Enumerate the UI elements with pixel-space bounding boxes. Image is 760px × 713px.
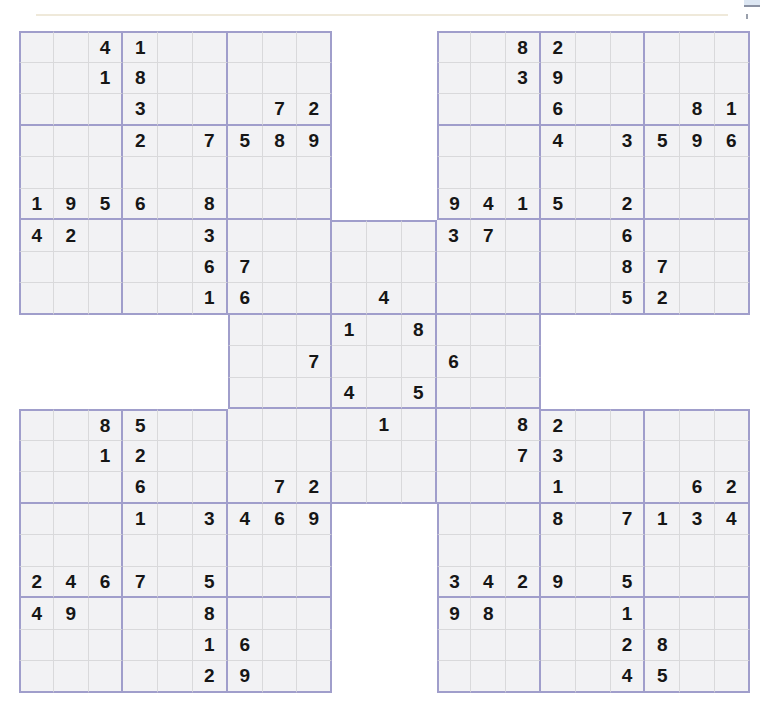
cell-r9c5[interactable] — [158, 283, 193, 315]
cell-r17c8[interactable] — [263, 535, 298, 567]
cell-r16c7-given-4[interactable]: 4 — [228, 504, 263, 536]
cell-r10c11[interactable] — [367, 315, 402, 347]
cell-r20c13[interactable] — [437, 630, 472, 662]
cell-r4c5[interactable] — [158, 126, 193, 158]
cell-r8c6-given-6[interactable]: 6 — [193, 252, 228, 284]
cell-r8c3[interactable] — [89, 252, 124, 284]
cell-r4c15[interactable] — [506, 126, 541, 158]
cell-r13c9[interactable] — [297, 409, 332, 441]
cell-r7c8[interactable] — [263, 220, 298, 252]
cell-r21c17[interactable] — [576, 661, 611, 693]
cell-r7c13-given-3[interactable]: 3 — [437, 220, 472, 252]
cell-r8c15[interactable] — [506, 252, 541, 284]
cell-r20c21[interactable] — [715, 630, 750, 662]
cell-r4c1[interactable] — [19, 126, 54, 158]
cell-r13c3-given-8[interactable]: 8 — [89, 409, 124, 441]
cell-r13c16-given-2[interactable]: 2 — [541, 409, 576, 441]
cell-r15c4-given-6[interactable]: 6 — [123, 472, 158, 504]
cell-r2c6[interactable] — [193, 63, 228, 95]
cell-r17c20[interactable] — [680, 535, 715, 567]
cell-r21c14[interactable] — [471, 661, 506, 693]
cell-r7c19[interactable] — [645, 220, 680, 252]
cell-r7c21[interactable] — [715, 220, 750, 252]
cell-r11c13-given-6[interactable]: 6 — [437, 346, 472, 378]
cell-r3c19[interactable] — [645, 94, 680, 126]
cell-r2c19[interactable] — [645, 63, 680, 95]
cell-r18c5[interactable] — [158, 567, 193, 599]
cell-r6c20[interactable] — [680, 189, 715, 221]
cell-r3c20-given-8[interactable]: 8 — [680, 94, 715, 126]
cell-r14c10[interactable] — [332, 441, 367, 473]
cell-r15c10[interactable] — [332, 472, 367, 504]
cell-r18c1-given-2[interactable]: 2 — [19, 567, 54, 599]
cell-r20c16[interactable] — [541, 630, 576, 662]
cell-r19c21[interactable] — [715, 598, 750, 630]
cell-r9c19-given-2[interactable]: 2 — [645, 283, 680, 315]
cell-r5c21[interactable] — [715, 157, 750, 189]
cell-r9c9[interactable] — [297, 283, 332, 315]
cell-r18c7[interactable] — [228, 567, 263, 599]
cell-r13c2[interactable] — [54, 409, 89, 441]
cell-r7c16[interactable] — [541, 220, 576, 252]
cell-r2c18[interactable] — [611, 63, 646, 95]
cell-r3c17[interactable] — [576, 94, 611, 126]
cell-r13c11-given-1[interactable]: 1 — [367, 409, 402, 441]
cell-r8c4[interactable] — [123, 252, 158, 284]
cell-r3c3[interactable] — [89, 94, 124, 126]
cell-r16c1[interactable] — [19, 504, 54, 536]
cell-r16c2[interactable] — [54, 504, 89, 536]
cell-r5c9[interactable] — [297, 157, 332, 189]
cell-r8c8[interactable] — [263, 252, 298, 284]
cell-r17c6[interactable] — [193, 535, 228, 567]
cell-r3c16-given-6[interactable]: 6 — [541, 94, 576, 126]
cell-r1c17[interactable] — [576, 31, 611, 63]
cell-r2c21[interactable] — [715, 63, 750, 95]
cell-r15c9-given-2[interactable]: 2 — [297, 472, 332, 504]
cell-r13c19[interactable] — [645, 409, 680, 441]
cell-r16c4-given-1[interactable]: 1 — [123, 504, 158, 536]
cell-r5c4[interactable] — [123, 157, 158, 189]
cell-r8c21[interactable] — [715, 252, 750, 284]
cell-r2c15-given-3[interactable]: 3 — [506, 63, 541, 95]
cell-r6c17[interactable] — [576, 189, 611, 221]
cell-r21c2[interactable] — [54, 661, 89, 693]
cell-r11c15[interactable] — [506, 346, 541, 378]
cell-r1c7[interactable] — [228, 31, 263, 63]
cell-r17c19[interactable] — [645, 535, 680, 567]
cell-r12c9[interactable] — [297, 378, 332, 410]
cell-r21c16[interactable] — [541, 661, 576, 693]
cell-r18c13-given-3[interactable]: 3 — [437, 567, 472, 599]
cell-r8c20[interactable] — [680, 252, 715, 284]
cell-r4c17[interactable] — [576, 126, 611, 158]
cell-r8c1[interactable] — [19, 252, 54, 284]
cell-r14c15-given-7[interactable]: 7 — [506, 441, 541, 473]
cell-r15c7[interactable] — [228, 472, 263, 504]
cell-r19c18-given-1[interactable]: 1 — [611, 598, 646, 630]
cell-r17c3[interactable] — [89, 535, 124, 567]
cell-r13c21[interactable] — [715, 409, 750, 441]
cell-r20c4[interactable] — [123, 630, 158, 662]
cell-r1c19[interactable] — [645, 31, 680, 63]
cell-r18c6-given-5[interactable]: 5 — [193, 567, 228, 599]
cell-r3c8-given-7[interactable]: 7 — [263, 94, 298, 126]
cell-r16c15[interactable] — [506, 504, 541, 536]
cell-r16c17[interactable] — [576, 504, 611, 536]
cell-r15c6[interactable] — [193, 472, 228, 504]
cell-r18c17[interactable] — [576, 567, 611, 599]
cell-r8c5[interactable] — [158, 252, 193, 284]
cell-r14c12[interactable] — [402, 441, 437, 473]
cell-r1c18[interactable] — [611, 31, 646, 63]
cell-r13c5[interactable] — [158, 409, 193, 441]
cell-r5c20[interactable] — [680, 157, 715, 189]
cell-r8c10[interactable] — [332, 252, 367, 284]
cell-r20c1[interactable] — [19, 630, 54, 662]
cell-r16c13[interactable] — [437, 504, 472, 536]
cell-r12c14[interactable] — [471, 378, 506, 410]
cell-r14c16-given-3[interactable]: 3 — [541, 441, 576, 473]
cell-r14c3-given-1[interactable]: 1 — [89, 441, 124, 473]
cell-r14c5[interactable] — [158, 441, 193, 473]
cell-r1c20[interactable] — [680, 31, 715, 63]
cell-r18c14-given-4[interactable]: 4 — [471, 567, 506, 599]
cell-r12c12-given-5[interactable]: 5 — [402, 378, 437, 410]
cell-r12c8[interactable] — [263, 378, 298, 410]
cell-r17c15[interactable] — [506, 535, 541, 567]
cell-r20c3[interactable] — [89, 630, 124, 662]
cell-r9c4[interactable] — [123, 283, 158, 315]
cell-r20c14[interactable] — [471, 630, 506, 662]
cell-r15c13[interactable] — [437, 472, 472, 504]
cell-r1c21[interactable] — [715, 31, 750, 63]
cell-r19c19[interactable] — [645, 598, 680, 630]
cell-r5c1[interactable] — [19, 157, 54, 189]
cell-r13c13[interactable] — [437, 409, 472, 441]
cell-r2c16-given-9[interactable]: 9 — [541, 63, 576, 95]
cell-r20c15[interactable] — [506, 630, 541, 662]
cell-r1c2[interactable] — [54, 31, 89, 63]
cell-r11c11[interactable] — [367, 346, 402, 378]
cell-r5c7[interactable] — [228, 157, 263, 189]
cell-r3c2[interactable] — [54, 94, 89, 126]
cell-r10c12-given-8[interactable]: 8 — [402, 315, 437, 347]
cell-r6c5[interactable] — [158, 189, 193, 221]
cell-r9c3[interactable] — [89, 283, 124, 315]
cell-r20c6-given-1[interactable]: 1 — [193, 630, 228, 662]
cell-r18c16-given-9[interactable]: 9 — [541, 567, 576, 599]
cell-r8c7-given-7[interactable]: 7 — [228, 252, 263, 284]
cell-r2c17[interactable] — [576, 63, 611, 95]
cell-r7c2-given-2[interactable]: 2 — [54, 220, 89, 252]
cell-r15c19[interactable] — [645, 472, 680, 504]
cell-r7c9[interactable] — [297, 220, 332, 252]
cell-r3c5[interactable] — [158, 94, 193, 126]
cell-r13c4-given-5[interactable]: 5 — [123, 409, 158, 441]
cell-r2c5[interactable] — [158, 63, 193, 95]
cell-r14c20[interactable] — [680, 441, 715, 473]
cell-r12c7[interactable] — [228, 378, 263, 410]
cell-r18c9[interactable] — [297, 567, 332, 599]
cell-r13c18[interactable] — [611, 409, 646, 441]
cell-r20c20[interactable] — [680, 630, 715, 662]
cell-r21c7-given-9[interactable]: 9 — [228, 661, 263, 693]
cell-r9c12[interactable] — [402, 283, 437, 315]
cell-r14c4-given-2[interactable]: 2 — [123, 441, 158, 473]
cell-r6c21[interactable] — [715, 189, 750, 221]
cell-r19c4[interactable] — [123, 598, 158, 630]
cell-r5c13[interactable] — [437, 157, 472, 189]
cell-r4c7-given-5[interactable]: 5 — [228, 126, 263, 158]
cell-r19c6-given-8[interactable]: 8 — [193, 598, 228, 630]
cell-r12c15[interactable] — [506, 378, 541, 410]
cell-r21c21[interactable] — [715, 661, 750, 693]
cell-r6c14-given-4[interactable]: 4 — [471, 189, 506, 221]
cell-r1c3-given-4[interactable]: 4 — [89, 31, 124, 63]
cell-r21c19-given-5[interactable]: 5 — [645, 661, 680, 693]
cell-r4c4-given-2[interactable]: 2 — [123, 126, 158, 158]
cell-r7c12[interactable] — [402, 220, 437, 252]
cell-r14c6[interactable] — [193, 441, 228, 473]
cell-r5c15[interactable] — [506, 157, 541, 189]
cell-r14c8[interactable] — [263, 441, 298, 473]
cell-r12c13[interactable] — [437, 378, 472, 410]
cell-r18c20[interactable] — [680, 567, 715, 599]
cell-r5c8[interactable] — [263, 157, 298, 189]
cell-r6c2-given-9[interactable]: 9 — [54, 189, 89, 221]
cell-r4c9-given-9[interactable]: 9 — [297, 126, 332, 158]
cell-r21c5[interactable] — [158, 661, 193, 693]
cell-r17c1[interactable] — [19, 535, 54, 567]
cell-r21c9[interactable] — [297, 661, 332, 693]
cell-r18c15-given-2[interactable]: 2 — [506, 567, 541, 599]
cell-r18c21[interactable] — [715, 567, 750, 599]
cell-r1c13[interactable] — [437, 31, 472, 63]
cell-r2c9[interactable] — [297, 63, 332, 95]
cell-r11c10[interactable] — [332, 346, 367, 378]
cell-r11c9-given-7[interactable]: 7 — [297, 346, 332, 378]
cell-r1c14[interactable] — [471, 31, 506, 63]
cell-r7c14-given-7[interactable]: 7 — [471, 220, 506, 252]
cell-r17c17[interactable] — [576, 535, 611, 567]
cell-r2c13[interactable] — [437, 63, 472, 95]
cell-r19c13-given-9[interactable]: 9 — [437, 598, 472, 630]
cell-r14c2[interactable] — [54, 441, 89, 473]
cell-r8c13[interactable] — [437, 252, 472, 284]
cell-r9c11-given-4[interactable]: 4 — [367, 283, 402, 315]
cell-r17c21[interactable] — [715, 535, 750, 567]
cell-r15c12[interactable] — [402, 472, 437, 504]
cell-r3c1[interactable] — [19, 94, 54, 126]
cell-r18c4-given-7[interactable]: 7 — [123, 567, 158, 599]
cell-r6c6-given-8[interactable]: 8 — [193, 189, 228, 221]
cell-r21c8[interactable] — [263, 661, 298, 693]
cell-r2c4-given-8[interactable]: 8 — [123, 63, 158, 95]
cell-r1c15-given-8[interactable]: 8 — [506, 31, 541, 63]
cell-r3c21-given-1[interactable]: 1 — [715, 94, 750, 126]
cell-r4c18-given-3[interactable]: 3 — [611, 126, 646, 158]
cell-r8c11[interactable] — [367, 252, 402, 284]
cell-r7c4[interactable] — [123, 220, 158, 252]
cell-r16c3[interactable] — [89, 504, 124, 536]
cell-r13c15-given-8[interactable]: 8 — [506, 409, 541, 441]
cell-r19c15[interactable] — [506, 598, 541, 630]
cell-r15c5[interactable] — [158, 472, 193, 504]
cell-r13c1[interactable] — [19, 409, 54, 441]
cell-r3c9-given-2[interactable]: 2 — [297, 94, 332, 126]
cell-r17c4[interactable] — [123, 535, 158, 567]
cell-r2c1[interactable] — [19, 63, 54, 95]
cell-r2c20[interactable] — [680, 63, 715, 95]
cell-r19c2-given-9[interactable]: 9 — [54, 598, 89, 630]
cell-r7c7[interactable] — [228, 220, 263, 252]
cell-r17c14[interactable] — [471, 535, 506, 567]
cell-r13c12[interactable] — [402, 409, 437, 441]
cell-r18c3-given-6[interactable]: 6 — [89, 567, 124, 599]
cell-r17c9[interactable] — [297, 535, 332, 567]
cell-r7c15[interactable] — [506, 220, 541, 252]
cell-r14c21[interactable] — [715, 441, 750, 473]
cell-r6c18-given-2[interactable]: 2 — [611, 189, 646, 221]
cell-r8c2[interactable] — [54, 252, 89, 284]
cell-r19c3[interactable] — [89, 598, 124, 630]
cell-r13c10[interactable] — [332, 409, 367, 441]
cell-r20c7-given-6[interactable]: 6 — [228, 630, 263, 662]
cell-r3c7[interactable] — [228, 94, 263, 126]
cell-r14c11[interactable] — [367, 441, 402, 473]
cell-r15c8-given-7[interactable]: 7 — [263, 472, 298, 504]
cell-r9c14[interactable] — [471, 283, 506, 315]
cell-r1c5[interactable] — [158, 31, 193, 63]
cell-r1c16-given-2[interactable]: 2 — [541, 31, 576, 63]
cell-r6c16-given-5[interactable]: 5 — [541, 189, 576, 221]
cell-r9c13[interactable] — [437, 283, 472, 315]
cell-r20c9[interactable] — [297, 630, 332, 662]
cell-r2c7[interactable] — [228, 63, 263, 95]
cell-r9c17[interactable] — [576, 283, 611, 315]
cell-r7c17[interactable] — [576, 220, 611, 252]
cell-r16c14[interactable] — [471, 504, 506, 536]
cell-r19c8[interactable] — [263, 598, 298, 630]
cell-r14c17[interactable] — [576, 441, 611, 473]
cell-r7c11[interactable] — [367, 220, 402, 252]
cell-r7c3[interactable] — [89, 220, 124, 252]
cell-r16c18-given-7[interactable]: 7 — [611, 504, 646, 536]
cell-r10c14[interactable] — [471, 315, 506, 347]
cell-r11c7[interactable] — [228, 346, 263, 378]
cell-r8c17[interactable] — [576, 252, 611, 284]
cell-r3c14[interactable] — [471, 94, 506, 126]
cell-r6c19[interactable] — [645, 189, 680, 221]
cell-r9c21[interactable] — [715, 283, 750, 315]
cell-r16c19-given-1[interactable]: 1 — [645, 504, 680, 536]
cell-r12c11[interactable] — [367, 378, 402, 410]
cell-r4c19-given-5[interactable]: 5 — [645, 126, 680, 158]
cell-r9c2[interactable] — [54, 283, 89, 315]
cell-r19c1-given-4[interactable]: 4 — [19, 598, 54, 630]
cell-r15c2[interactable] — [54, 472, 89, 504]
cell-r21c20[interactable] — [680, 661, 715, 693]
cell-r18c2-given-4[interactable]: 4 — [54, 567, 89, 599]
cell-r16c21-given-4[interactable]: 4 — [715, 504, 750, 536]
cell-r18c19[interactable] — [645, 567, 680, 599]
cell-r6c1-given-1[interactable]: 1 — [19, 189, 54, 221]
cell-r17c16[interactable] — [541, 535, 576, 567]
cell-r15c20-given-6[interactable]: 6 — [680, 472, 715, 504]
cell-r8c18-given-8[interactable]: 8 — [611, 252, 646, 284]
cell-r14c14[interactable] — [471, 441, 506, 473]
cell-r13c17[interactable] — [576, 409, 611, 441]
cell-r3c4-given-3[interactable]: 3 — [123, 94, 158, 126]
cell-r8c14[interactable] — [471, 252, 506, 284]
cell-r21c4[interactable] — [123, 661, 158, 693]
cell-r16c5[interactable] — [158, 504, 193, 536]
cell-r4c8-given-8[interactable]: 8 — [263, 126, 298, 158]
cell-r4c14[interactable] — [471, 126, 506, 158]
cell-r19c17[interactable] — [576, 598, 611, 630]
cell-r10c10-given-1[interactable]: 1 — [332, 315, 367, 347]
cell-r2c8[interactable] — [263, 63, 298, 95]
cell-r6c15-given-1[interactable]: 1 — [506, 189, 541, 221]
cell-r5c18[interactable] — [611, 157, 646, 189]
cell-r6c7[interactable] — [228, 189, 263, 221]
cell-r5c19[interactable] — [645, 157, 680, 189]
cell-r9c15[interactable] — [506, 283, 541, 315]
cell-r13c7[interactable] — [228, 409, 263, 441]
cell-r16c16-given-8[interactable]: 8 — [541, 504, 576, 536]
cell-r10c9[interactable] — [297, 315, 332, 347]
cell-r9c20[interactable] — [680, 283, 715, 315]
cell-r6c9[interactable] — [297, 189, 332, 221]
cell-r14c7[interactable] — [228, 441, 263, 473]
cell-r1c4-given-1[interactable]: 1 — [123, 31, 158, 63]
cell-r20c17[interactable] — [576, 630, 611, 662]
cell-r20c5[interactable] — [158, 630, 193, 662]
cell-r8c9[interactable] — [297, 252, 332, 284]
cell-r19c16[interactable] — [541, 598, 576, 630]
cell-r21c3[interactable] — [89, 661, 124, 693]
cell-r19c14-given-8[interactable]: 8 — [471, 598, 506, 630]
cell-r10c13[interactable] — [437, 315, 472, 347]
cell-r21c18-given-4[interactable]: 4 — [611, 661, 646, 693]
cell-r15c16-given-1[interactable]: 1 — [541, 472, 576, 504]
cell-r15c21-given-2[interactable]: 2 — [715, 472, 750, 504]
cell-r21c1[interactable] — [19, 661, 54, 693]
cell-r8c19-given-7[interactable]: 7 — [645, 252, 680, 284]
cell-r6c3-given-5[interactable]: 5 — [89, 189, 124, 221]
cell-r16c20-given-3[interactable]: 3 — [680, 504, 715, 536]
cell-r2c14[interactable] — [471, 63, 506, 95]
cell-r6c4-given-6[interactable]: 6 — [123, 189, 158, 221]
cell-r7c5[interactable] — [158, 220, 193, 252]
cell-r16c6-given-3[interactable]: 3 — [193, 504, 228, 536]
cell-r3c18[interactable] — [611, 94, 646, 126]
cell-r1c9[interactable] — [297, 31, 332, 63]
cell-r9c6-given-1[interactable]: 1 — [193, 283, 228, 315]
cell-r3c15[interactable] — [506, 94, 541, 126]
cell-r20c18-given-2[interactable]: 2 — [611, 630, 646, 662]
cell-r6c8[interactable] — [263, 189, 298, 221]
cell-r7c20[interactable] — [680, 220, 715, 252]
cell-r15c18[interactable] — [611, 472, 646, 504]
cell-r10c15[interactable] — [506, 315, 541, 347]
cell-r9c18-given-5[interactable]: 5 — [611, 283, 646, 315]
cell-r10c7[interactable] — [228, 315, 263, 347]
cell-r1c8[interactable] — [263, 31, 298, 63]
cell-r13c6[interactable] — [193, 409, 228, 441]
cell-r9c7-given-6[interactable]: 6 — [228, 283, 263, 315]
